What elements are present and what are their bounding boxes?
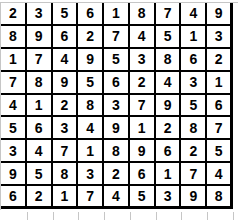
cell-r7c4[interactable]: 1 bbox=[78, 140, 104, 163]
cell-r7c8[interactable]: 2 bbox=[181, 140, 207, 163]
cell-r8c9[interactable]: 4 bbox=[207, 163, 233, 186]
cell-r4c9[interactable]: 1 bbox=[207, 72, 233, 95]
cell-r4c8[interactable]: 3 bbox=[181, 72, 207, 95]
cell-r7c6[interactable]: 9 bbox=[130, 140, 156, 163]
cell-r3c8[interactable]: 6 bbox=[181, 49, 207, 72]
cell-r4c2[interactable]: 8 bbox=[27, 72, 53, 95]
cell-r7c1[interactable]: 3 bbox=[1, 140, 27, 163]
cell-r9c2[interactable]: 2 bbox=[27, 186, 53, 209]
cell-r5c7[interactable]: 9 bbox=[156, 95, 182, 118]
cell-r1c2[interactable]: 3 bbox=[27, 3, 53, 26]
faint-gridline-stub bbox=[27, 212, 28, 220]
faint-gridline-stub bbox=[156, 212, 157, 220]
faint-gridline-stub bbox=[53, 212, 54, 220]
cell-r3c9[interactable]: 2 bbox=[207, 49, 233, 72]
cell-r4c4[interactable]: 5 bbox=[78, 72, 104, 95]
cell-r6c3[interactable]: 3 bbox=[53, 117, 79, 140]
faint-gridline-stub bbox=[78, 212, 79, 220]
cell-r9c7[interactable]: 3 bbox=[156, 186, 182, 209]
cell-r4c6[interactable]: 2 bbox=[130, 72, 156, 95]
cell-r3c2[interactable]: 7 bbox=[27, 49, 53, 72]
cell-r8c5[interactable]: 2 bbox=[104, 163, 130, 186]
cell-r2c4[interactable]: 2 bbox=[78, 26, 104, 49]
cell-r7c3[interactable]: 7 bbox=[53, 140, 79, 163]
cell-r6c5[interactable]: 9 bbox=[104, 117, 130, 140]
cell-r2c5[interactable]: 7 bbox=[104, 26, 130, 49]
cell-r2c2[interactable]: 9 bbox=[27, 26, 53, 49]
sudoku-board: 2356187498962745131749538627895624314128… bbox=[1, 3, 233, 209]
cell-r2c7[interactable]: 5 bbox=[156, 26, 182, 49]
cell-r7c9[interactable]: 5 bbox=[207, 140, 233, 163]
cell-r7c2[interactable]: 4 bbox=[27, 140, 53, 163]
cell-r5c9[interactable]: 6 bbox=[207, 95, 233, 118]
cell-r1c1[interactable]: 2 bbox=[1, 3, 27, 26]
faint-gridline-stub bbox=[207, 212, 208, 220]
cell-r9c6[interactable]: 5 bbox=[130, 186, 156, 209]
cell-r2c9[interactable]: 3 bbox=[207, 26, 233, 49]
cell-r6c1[interactable]: 5 bbox=[1, 117, 27, 140]
cell-r9c9[interactable]: 8 bbox=[207, 186, 233, 209]
faint-gridline-stub bbox=[104, 212, 105, 220]
cell-r8c2[interactable]: 5 bbox=[27, 163, 53, 186]
cell-r9c4[interactable]: 7 bbox=[78, 186, 104, 209]
cell-r3c7[interactable]: 8 bbox=[156, 49, 182, 72]
cell-r2c1[interactable]: 8 bbox=[1, 26, 27, 49]
cell-r6c7[interactable]: 2 bbox=[156, 117, 182, 140]
cell-r2c8[interactable]: 1 bbox=[181, 26, 207, 49]
cell-r3c3[interactable]: 4 bbox=[53, 49, 79, 72]
cell-r5c2[interactable]: 1 bbox=[27, 95, 53, 118]
cell-r1c6[interactable]: 8 bbox=[130, 3, 156, 26]
cell-r8c1[interactable]: 9 bbox=[1, 163, 27, 186]
cell-r1c4[interactable]: 6 bbox=[78, 3, 104, 26]
cell-r4c5[interactable]: 6 bbox=[104, 72, 130, 95]
cell-r8c6[interactable]: 6 bbox=[130, 163, 156, 186]
cell-r9c8[interactable]: 9 bbox=[181, 186, 207, 209]
cell-r3c6[interactable]: 3 bbox=[130, 49, 156, 72]
faint-gridline-stub bbox=[181, 212, 182, 220]
cell-r9c5[interactable]: 4 bbox=[104, 186, 130, 209]
cell-r5c4[interactable]: 8 bbox=[78, 95, 104, 118]
cell-r6c4[interactable]: 4 bbox=[78, 117, 104, 140]
cell-r8c7[interactable]: 1 bbox=[156, 163, 182, 186]
cell-r8c4[interactable]: 3 bbox=[78, 163, 104, 186]
cell-r6c8[interactable]: 8 bbox=[181, 117, 207, 140]
faint-gridline-stub bbox=[130, 212, 131, 220]
cell-r1c8[interactable]: 4 bbox=[181, 3, 207, 26]
cell-r6c6[interactable]: 1 bbox=[130, 117, 156, 140]
cell-r9c1[interactable]: 6 bbox=[1, 186, 27, 209]
cell-r4c1[interactable]: 7 bbox=[1, 72, 27, 95]
sudoku-sheet: 2356187498962745131749538627895624314128… bbox=[0, 0, 238, 220]
cell-r4c3[interactable]: 9 bbox=[53, 72, 79, 95]
cell-r3c4[interactable]: 9 bbox=[78, 49, 104, 72]
cell-r6c9[interactable]: 7 bbox=[207, 117, 233, 140]
cell-r2c3[interactable]: 6 bbox=[53, 26, 79, 49]
cell-r3c5[interactable]: 5 bbox=[104, 49, 130, 72]
cell-r5c1[interactable]: 4 bbox=[1, 95, 27, 118]
cell-r5c5[interactable]: 3 bbox=[104, 95, 130, 118]
cell-r5c8[interactable]: 5 bbox=[181, 95, 207, 118]
cell-r7c7[interactable]: 6 bbox=[156, 140, 182, 163]
cell-r6c2[interactable]: 6 bbox=[27, 117, 53, 140]
cell-r4c7[interactable]: 4 bbox=[156, 72, 182, 95]
cell-r3c1[interactable]: 1 bbox=[1, 49, 27, 72]
faint-gridline-stub bbox=[233, 212, 234, 220]
cell-r9c3[interactable]: 1 bbox=[53, 186, 79, 209]
cell-r8c3[interactable]: 8 bbox=[53, 163, 79, 186]
cell-r5c3[interactable]: 2 bbox=[53, 95, 79, 118]
cell-r1c5[interactable]: 1 bbox=[104, 3, 130, 26]
cell-r8c8[interactable]: 7 bbox=[181, 163, 207, 186]
cell-r5c6[interactable]: 7 bbox=[130, 95, 156, 118]
cell-r7c5[interactable]: 8 bbox=[104, 140, 130, 163]
cell-r2c6[interactable]: 4 bbox=[130, 26, 156, 49]
cell-r1c9[interactable]: 9 bbox=[207, 3, 233, 26]
cell-r1c7[interactable]: 7 bbox=[156, 3, 182, 26]
cell-r1c3[interactable]: 5 bbox=[53, 3, 79, 26]
